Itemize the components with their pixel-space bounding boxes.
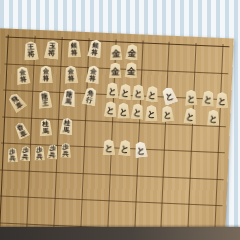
shogi-piece-kanji: 桂馬 (62, 120, 71, 134)
shogi-piece-kanji: と (120, 144, 129, 153)
shogi-piece-kanji: 歩兵 (36, 147, 44, 160)
shogi-piece[interactable]: 金 (125, 44, 139, 61)
shogi-piece-kanji: 龍王 (40, 93, 49, 107)
board-grid-line-vertical (52, 37, 63, 240)
shogi-piece-kanji: と (104, 144, 113, 153)
shogi-piece-kanji: と (147, 90, 157, 100)
shogi-piece[interactable]: 金将 (64, 65, 79, 84)
shogi-piece[interactable]: 金将 (39, 65, 53, 83)
shogi-piece[interactable]: 香車 (13, 121, 31, 141)
shogi-piece[interactable]: と (133, 141, 148, 158)
shogi-piece[interactable]: と (145, 105, 158, 121)
shogi-piece[interactable]: 龍馬 (61, 88, 77, 107)
shogi-piece[interactable]: と (132, 84, 145, 100)
shogi-piece-kanji: と (203, 95, 212, 104)
shogi-set-photo: 王将玉将銀将銀将金将金将金将金将飛車龍王龍馬角行香車桂馬桂馬歩兵歩兵歩兵歩兵歩兵… (0, 0, 240, 240)
shogi-piece[interactable]: と (118, 139, 132, 156)
shogi-piece-kanji: 銀将 (90, 42, 100, 56)
shogi-piece-kanji: 歩兵 (62, 144, 70, 157)
shogi-piece-kanji: 金将 (18, 69, 27, 83)
shogi-piece[interactable]: 王将 (23, 41, 39, 61)
shogi-piece[interactable]: と (160, 105, 174, 122)
shogi-piece-kanji: 金将 (88, 68, 98, 82)
shogi-piece-kanji: 角行 (85, 90, 95, 105)
shogi-piece-kanji: 歩兵 (8, 149, 17, 163)
shogi-piece[interactable]: 玉将 (44, 39, 61, 60)
shogi-piece[interactable]: 金 (109, 62, 122, 78)
shogi-piece[interactable]: 歩兵 (7, 147, 19, 162)
shogi-piece[interactable]: と (130, 103, 144, 120)
shogi-piece-kanji: と (134, 89, 143, 98)
shogi-piece[interactable]: と (106, 82, 119, 98)
shogi-piece-kanji: 金将 (42, 68, 50, 81)
shogi-piece[interactable]: 銀将 (67, 39, 81, 57)
shogi-piece-kanji: と (121, 88, 130, 97)
shogi-piece-kanji: と (119, 107, 128, 116)
shogi-piece-kanji: 歩兵 (48, 145, 57, 159)
shogi-piece[interactable]: と (201, 90, 215, 107)
shogi-piece[interactable]: 桂馬 (39, 119, 53, 137)
board-grid-line-vertical (25, 36, 36, 240)
shogi-piece-kanji: と (186, 112, 196, 122)
shogi-piece-kanji: 桂馬 (41, 121, 50, 135)
shogi-piece-kanji: 龍馬 (64, 91, 73, 105)
shogi-piece[interactable]: 金 (124, 62, 138, 79)
shogi-piece-kanji: と (163, 110, 172, 119)
shogi-piece[interactable]: と (183, 107, 197, 124)
shogi-piece[interactable]: と (207, 110, 220, 126)
board-grid-line-vertical (186, 43, 197, 240)
board-grid-line-vertical (0, 35, 9, 240)
shogi-piece[interactable]: と (117, 103, 130, 119)
shogi-piece[interactable]: と (118, 83, 132, 100)
table-edge-shadow (0, 227, 240, 240)
shogi-piece-kanji: と (133, 108, 143, 118)
shogi-piece-kanji: 銀将 (70, 42, 78, 56)
shogi-piece-kanji: と (136, 146, 146, 156)
shogi-piece[interactable]: 金将 (15, 66, 31, 85)
shogi-piece-kanji: 歩兵 (21, 147, 30, 161)
shogi-piece-kanji: と (106, 105, 115, 114)
shogi-piece[interactable]: と (216, 92, 229, 108)
shogi-piece-kanji: と (108, 87, 117, 96)
shogi-board: 王将玉将銀将銀将金将金将金将金将飛車龍王龍馬角行香車桂馬桂馬歩兵歩兵歩兵歩兵歩兵… (0, 28, 234, 240)
shogi-piece-kanji: と (218, 97, 227, 106)
shogi-piece-kanji: 飛車 (10, 95, 24, 110)
shogi-piece[interactable]: 角行 (81, 86, 98, 106)
shogi-piece-kanji: と (147, 110, 156, 119)
shogi-piece-kanji: と (187, 94, 196, 103)
shogi-piece-kanji: 王将 (26, 44, 35, 59)
shogi-piece-kanji: 金 (127, 66, 136, 75)
shogi-piece-kanji: 金 (112, 49, 121, 58)
shogi-piece[interactable]: と (103, 101, 117, 118)
shogi-piece-kanji: 金 (111, 67, 120, 76)
shogi-piece[interactable]: と (145, 85, 159, 102)
shogi-piece[interactable]: と (184, 90, 197, 106)
shogi-piece[interactable]: と (102, 139, 115, 155)
shogi-piece[interactable]: 歩兵 (34, 146, 45, 161)
shogi-piece-kanji: 金将 (67, 68, 76, 82)
shogi-piece-kanji: 香車 (15, 123, 28, 138)
shogi-piece[interactable]: 金 (109, 44, 122, 60)
shogi-piece-kanji: と (164, 91, 175, 102)
shogi-piece-kanji: 金 (127, 48, 136, 58)
shogi-piece-kanji: 玉将 (47, 43, 57, 58)
shogi-piece[interactable]: 飛車 (6, 91, 28, 114)
board-grid-line-vertical (78, 38, 89, 240)
shogi-piece-kanji: と (209, 114, 218, 123)
board-grid-line-vertical (159, 42, 170, 240)
